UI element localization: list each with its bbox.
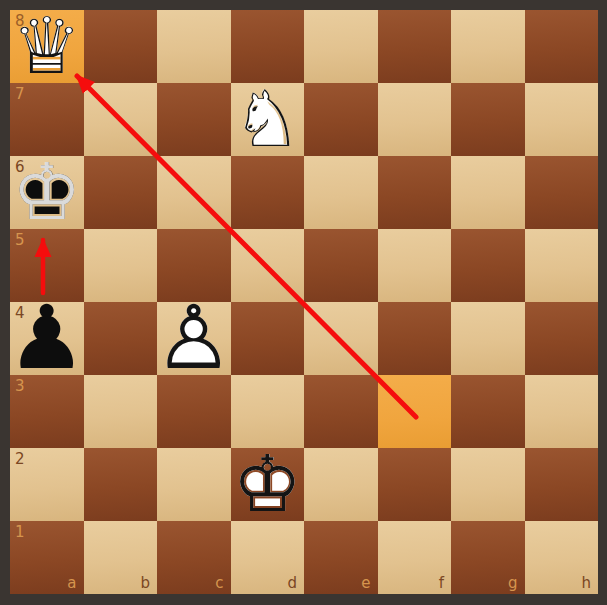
file-label-h: h xyxy=(581,576,591,591)
square-a4[interactable]: 4♟ xyxy=(10,302,84,375)
square-c1[interactable]: c xyxy=(157,521,231,594)
rank-label-2: 2 xyxy=(15,452,25,467)
white-pawn-glyph: ♙ xyxy=(157,301,231,374)
square-a3[interactable]: 3 xyxy=(10,375,84,448)
square-h2[interactable] xyxy=(525,448,599,521)
square-f1[interactable]: f xyxy=(378,521,452,594)
square-d7[interactable]: ♞♘ xyxy=(231,83,305,156)
square-a8[interactable]: 8♛♕ xyxy=(10,10,84,83)
square-e5[interactable] xyxy=(304,229,378,302)
white-knight-glyph: ♘ xyxy=(231,82,305,155)
square-h7[interactable] xyxy=(525,83,599,156)
piece-white-king[interactable]: ♚♔ xyxy=(231,448,305,521)
piece-white-queen[interactable]: ♛♕ xyxy=(10,10,84,83)
square-e2[interactable] xyxy=(304,448,378,521)
file-label-f: f xyxy=(439,576,444,591)
chess-board: 8♛♕7♞♘6♚♔54♟♟♙32♚♔1abcdefgh xyxy=(10,10,598,594)
square-g5[interactable] xyxy=(451,229,525,302)
piece-black-king[interactable]: ♚♔ xyxy=(10,156,84,229)
square-b6[interactable] xyxy=(84,156,158,229)
file-label-a: a xyxy=(67,576,76,591)
square-f8[interactable] xyxy=(378,10,452,83)
square-f4[interactable] xyxy=(378,302,452,375)
file-label-d: d xyxy=(287,576,297,591)
square-e1[interactable]: e xyxy=(304,521,378,594)
square-g2[interactable] xyxy=(451,448,525,521)
square-h8[interactable] xyxy=(525,10,599,83)
white-queen-glyph: ♕ xyxy=(10,9,84,82)
square-d8[interactable] xyxy=(231,10,305,83)
file-label-c: c xyxy=(215,576,223,591)
square-h6[interactable] xyxy=(525,156,599,229)
square-h3[interactable] xyxy=(525,375,599,448)
square-c7[interactable] xyxy=(157,83,231,156)
white-king-glyph: ♔ xyxy=(231,447,305,520)
square-c3[interactable] xyxy=(157,375,231,448)
square-d3[interactable] xyxy=(231,375,305,448)
file-label-e: e xyxy=(361,576,370,591)
square-e7[interactable] xyxy=(304,83,378,156)
square-h4[interactable] xyxy=(525,302,599,375)
square-g7[interactable] xyxy=(451,83,525,156)
rank-label-5: 5 xyxy=(15,233,25,248)
rank-label-1: 1 xyxy=(15,525,25,540)
square-f2[interactable] xyxy=(378,448,452,521)
square-e6[interactable] xyxy=(304,156,378,229)
square-g4[interactable] xyxy=(451,302,525,375)
square-d4[interactable] xyxy=(231,302,305,375)
rank-label-7: 7 xyxy=(15,87,25,102)
square-b5[interactable] xyxy=(84,229,158,302)
square-a7[interactable]: 7 xyxy=(10,83,84,156)
square-b7[interactable] xyxy=(84,83,158,156)
square-h5[interactable] xyxy=(525,229,599,302)
square-c2[interactable] xyxy=(157,448,231,521)
square-f3[interactable] xyxy=(378,375,452,448)
square-d2[interactable]: ♚♔ xyxy=(231,448,305,521)
square-b4[interactable] xyxy=(84,302,158,375)
square-a6[interactable]: 6♚♔ xyxy=(10,156,84,229)
piece-black-pawn[interactable]: ♟ xyxy=(10,302,84,375)
square-h1[interactable]: h xyxy=(525,521,599,594)
square-b3[interactable] xyxy=(84,375,158,448)
square-f6[interactable] xyxy=(378,156,452,229)
square-g6[interactable] xyxy=(451,156,525,229)
square-b2[interactable] xyxy=(84,448,158,521)
square-e4[interactable] xyxy=(304,302,378,375)
square-c4[interactable]: ♟♙ xyxy=(157,302,231,375)
square-f5[interactable] xyxy=(378,229,452,302)
rank-label-3: 3 xyxy=(15,379,25,394)
board-frame: 8♛♕7♞♘6♚♔54♟♟♙32♚♔1abcdefgh xyxy=(10,10,598,594)
square-g3[interactable] xyxy=(451,375,525,448)
square-d5[interactable] xyxy=(231,229,305,302)
square-d1[interactable]: d xyxy=(231,521,305,594)
square-f7[interactable] xyxy=(378,83,452,156)
square-b8[interactable] xyxy=(84,10,158,83)
piece-white-pawn[interactable]: ♟♙ xyxy=(157,302,231,375)
file-label-g: g xyxy=(508,576,518,591)
square-d6[interactable] xyxy=(231,156,305,229)
file-label-b: b xyxy=(140,576,150,591)
black-king-glyph: ♔ xyxy=(10,155,84,228)
square-g1[interactable]: g xyxy=(451,521,525,594)
square-c8[interactable] xyxy=(157,10,231,83)
piece-white-knight[interactable]: ♞♘ xyxy=(231,83,305,156)
square-a2[interactable]: 2 xyxy=(10,448,84,521)
square-a1[interactable]: 1a xyxy=(10,521,84,594)
black-pawn-glyph: ♟ xyxy=(10,301,84,374)
square-e8[interactable] xyxy=(304,10,378,83)
square-b1[interactable]: b xyxy=(84,521,158,594)
square-g8[interactable] xyxy=(451,10,525,83)
square-e3[interactable] xyxy=(304,375,378,448)
square-c6[interactable] xyxy=(157,156,231,229)
